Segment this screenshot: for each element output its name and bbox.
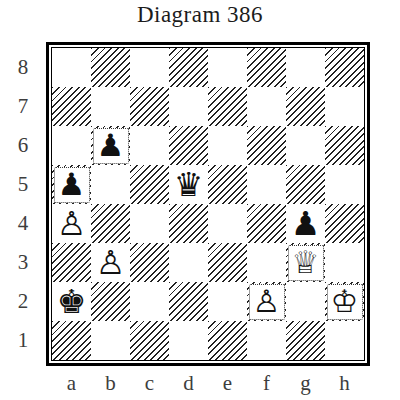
file-label-f: f (247, 371, 286, 396)
rank-label-1: 1 (10, 321, 36, 360)
square-b2 (91, 282, 130, 321)
file-label-e: e (208, 371, 247, 396)
square-d3 (169, 243, 208, 282)
chess-board: ♟♟♛♙♟♙♕♚♙♔ (46, 42, 370, 366)
square-c1 (130, 321, 169, 360)
square-e1 (208, 321, 247, 360)
square-e5 (208, 165, 247, 204)
square-e7 (208, 87, 247, 126)
square-b1 (91, 321, 130, 360)
piece-white-queen: ♕ (288, 245, 324, 281)
square-c6 (130, 126, 169, 165)
square-e6 (208, 126, 247, 165)
board-grid: ♟♟♛♙♟♙♕♚♙♔ (52, 48, 364, 360)
square-d4 (169, 204, 208, 243)
square-a5: ♟ (52, 165, 91, 204)
square-a1 (52, 321, 91, 360)
square-d5: ♛ (169, 165, 208, 204)
square-g1 (286, 321, 325, 360)
piece-white-pawn: ♙ (96, 246, 126, 279)
square-b7 (91, 87, 130, 126)
square-b3: ♙ (91, 243, 130, 282)
square-f7 (247, 87, 286, 126)
rank-label-8: 8 (10, 48, 36, 87)
rank-labels: 87654321 (10, 48, 36, 360)
piece-black-pawn: ♟ (54, 167, 90, 203)
square-e2 (208, 282, 247, 321)
square-a7 (52, 87, 91, 126)
square-f5 (247, 165, 286, 204)
square-f8 (247, 48, 286, 87)
file-label-h: h (325, 371, 364, 396)
piece-black-king: ♚ (57, 285, 87, 318)
board-inner-border: ♟♟♛♙♟♙♕♚♙♔ (51, 47, 365, 361)
square-e3 (208, 243, 247, 282)
square-f2: ♙ (247, 282, 286, 321)
square-h2: ♔ (325, 282, 364, 321)
file-label-a: a (52, 371, 91, 396)
piece-white-king: ♔ (327, 284, 363, 320)
square-g6 (286, 126, 325, 165)
square-f3 (247, 243, 286, 282)
file-label-c: c (130, 371, 169, 396)
file-label-g: g (286, 371, 325, 396)
file-label-d: d (169, 371, 208, 396)
file-label-b: b (91, 371, 130, 396)
rank-label-7: 7 (10, 87, 36, 126)
square-f1 (247, 321, 286, 360)
square-b5 (91, 165, 130, 204)
square-d7 (169, 87, 208, 126)
square-c2 (130, 282, 169, 321)
square-f4 (247, 204, 286, 243)
square-d8 (169, 48, 208, 87)
square-f6 (247, 126, 286, 165)
piece-black-pawn: ♟ (291, 207, 321, 240)
square-e4 (208, 204, 247, 243)
piece-white-pawn: ♙ (57, 207, 87, 240)
square-h6 (325, 126, 364, 165)
square-a6 (52, 126, 91, 165)
square-c8 (130, 48, 169, 87)
square-h4 (325, 204, 364, 243)
file-labels: abcdefgh (52, 371, 364, 396)
square-g2 (286, 282, 325, 321)
rank-label-4: 4 (10, 204, 36, 243)
square-h3 (325, 243, 364, 282)
square-g3: ♕ (286, 243, 325, 282)
square-b4 (91, 204, 130, 243)
square-h8 (325, 48, 364, 87)
square-h7 (325, 87, 364, 126)
square-a2: ♚ (52, 282, 91, 321)
square-a3 (52, 243, 91, 282)
square-h5 (325, 165, 364, 204)
square-g5 (286, 165, 325, 204)
square-g8 (286, 48, 325, 87)
piece-white-pawn: ♙ (249, 284, 285, 320)
square-g7 (286, 87, 325, 126)
rank-label-5: 5 (10, 165, 36, 204)
piece-black-queen: ♛ (174, 168, 204, 201)
piece-black-pawn: ♟ (93, 128, 129, 164)
square-c5 (130, 165, 169, 204)
rank-label-3: 3 (10, 243, 36, 282)
square-a8 (52, 48, 91, 87)
square-e8 (208, 48, 247, 87)
square-g4: ♟ (286, 204, 325, 243)
square-d1 (169, 321, 208, 360)
square-c4 (130, 204, 169, 243)
rank-label-2: 2 (10, 282, 36, 321)
square-d2 (169, 282, 208, 321)
square-a4: ♙ (52, 204, 91, 243)
square-b8 (91, 48, 130, 87)
square-d6 (169, 126, 208, 165)
square-c3 (130, 243, 169, 282)
square-c7 (130, 87, 169, 126)
diagram-title: Diagram 386 (0, 2, 400, 28)
square-h1 (325, 321, 364, 360)
square-b6: ♟ (91, 126, 130, 165)
rank-label-6: 6 (10, 126, 36, 165)
